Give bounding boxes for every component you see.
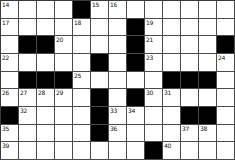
- cell-r8c7[interactable]: 36: [109, 125, 127, 143]
- cell-r5c11-black: [181, 72, 199, 90]
- cell-r8c1[interactable]: 35: [1, 125, 19, 143]
- clue-number: 29: [56, 89, 63, 96]
- cell-r8c3[interactable]: [37, 125, 55, 143]
- cell-r4c10[interactable]: [163, 54, 181, 72]
- clue-number: 21: [146, 36, 153, 43]
- cell-r9c2[interactable]: [19, 142, 37, 160]
- cell-r7c1-black: [1, 107, 19, 125]
- cell-r9c13[interactable]: [217, 142, 235, 160]
- cell-r3c9[interactable]: 21: [145, 36, 163, 54]
- cell-r8c9[interactable]: [145, 125, 163, 143]
- cell-r6c4[interactable]: 29: [55, 89, 73, 107]
- cell-r9c9-black: [145, 142, 163, 160]
- cell-r7c11-black: [181, 107, 199, 125]
- cell-r5c5[interactable]: 25: [73, 72, 91, 90]
- cell-r7c12-black: [199, 107, 217, 125]
- cell-r5c1[interactable]: [1, 72, 19, 90]
- clue-number: 30: [146, 89, 153, 96]
- cell-r6c12[interactable]: [199, 89, 217, 107]
- cell-r8c6-black: [91, 125, 109, 143]
- cell-r1c2[interactable]: [19, 1, 37, 19]
- cell-r7c13[interactable]: [217, 107, 235, 125]
- cell-r1c4[interactable]: [55, 1, 73, 19]
- cell-r9c6[interactable]: [91, 142, 109, 160]
- clue-number: 38: [200, 125, 207, 132]
- cell-r7c5[interactable]: [73, 107, 91, 125]
- cell-r7c9[interactable]: [145, 107, 163, 125]
- cell-r1c13[interactable]: [217, 1, 235, 19]
- cell-r4c4[interactable]: [55, 54, 73, 72]
- crossword-puzzle: 1415161718192021222324252627282930313233…: [0, 0, 235, 160]
- cell-r6c8-black: [127, 89, 145, 107]
- cell-r2c4[interactable]: [55, 19, 73, 37]
- cell-r6c1[interactable]: 26: [1, 89, 19, 107]
- cell-r1c9[interactable]: [145, 1, 163, 19]
- cell-r1c10[interactable]: [163, 1, 181, 19]
- cell-r9c10[interactable]: 40: [163, 142, 181, 160]
- cell-r3c13-black: [217, 36, 235, 54]
- cell-r5c4-black: [55, 72, 73, 90]
- cell-r3c7[interactable]: [109, 36, 127, 54]
- clue-number: 35: [2, 125, 9, 132]
- cell-r2c11[interactable]: [181, 19, 199, 37]
- cell-r7c8[interactable]: 34: [127, 107, 145, 125]
- cell-r5c3-black: [37, 72, 55, 90]
- clue-number: 39: [2, 142, 9, 149]
- clue-number: 24: [218, 54, 225, 61]
- cell-r5c6[interactable]: [91, 72, 109, 90]
- cell-r4c12[interactable]: [199, 54, 217, 72]
- cell-r7c10[interactable]: [163, 107, 181, 125]
- cell-r6c9[interactable]: 30: [145, 89, 163, 107]
- cell-r3c5[interactable]: [73, 36, 91, 54]
- clue-number: 20: [56, 36, 63, 43]
- clue-number: 37: [182, 125, 189, 132]
- cell-r5c9[interactable]: [145, 72, 163, 90]
- clue-number: 36: [110, 125, 117, 132]
- cell-r5c7[interactable]: [109, 72, 127, 90]
- cell-r9c5[interactable]: [73, 142, 91, 160]
- cell-r9c7[interactable]: [109, 142, 127, 160]
- cell-r4c9[interactable]: 23: [145, 54, 163, 72]
- cell-r6c13[interactable]: [217, 89, 235, 107]
- cell-r3c10[interactable]: [163, 36, 181, 54]
- clue-number: 40: [164, 142, 171, 149]
- cell-r2c5[interactable]: 18: [73, 19, 91, 37]
- cell-r6c7[interactable]: [109, 89, 127, 107]
- cell-r7c7[interactable]: 33: [109, 107, 127, 125]
- cell-r3c12[interactable]: [199, 36, 217, 54]
- clue-number: 32: [20, 107, 27, 114]
- cell-r8c12[interactable]: 38: [199, 125, 217, 143]
- cell-r1c7[interactable]: 16: [109, 1, 127, 19]
- cell-r5c12-black: [199, 72, 217, 90]
- cell-r3c3-black: [37, 36, 55, 54]
- clue-number: 14: [2, 1, 9, 8]
- cell-r3c8-black: [127, 36, 145, 54]
- cell-r6c11[interactable]: [181, 89, 199, 107]
- cell-r8c11[interactable]: 37: [181, 125, 199, 143]
- cell-r4c5[interactable]: [73, 54, 91, 72]
- cell-r2c1[interactable]: 17: [1, 19, 19, 37]
- cell-r9c8[interactable]: [127, 142, 145, 160]
- cell-r6c3[interactable]: 28: [37, 89, 55, 107]
- cell-r3c6[interactable]: [91, 36, 109, 54]
- clue-number: 16: [110, 1, 117, 8]
- cell-r4c13[interactable]: 24: [217, 54, 235, 72]
- clue-number: 33: [110, 107, 117, 114]
- clue-number: 27: [20, 89, 27, 96]
- cell-r4c11[interactable]: [181, 54, 199, 72]
- cell-r4c2[interactable]: [19, 54, 37, 72]
- clue-number: 31: [164, 89, 171, 96]
- cell-r5c8[interactable]: [127, 72, 145, 90]
- cell-r2c2[interactable]: [19, 19, 37, 37]
- cell-r4c1[interactable]: 22: [1, 54, 19, 72]
- clue-number: 25: [74, 72, 81, 79]
- cell-r6c2[interactable]: 27: [19, 89, 37, 107]
- cell-r7c6-black: [91, 107, 109, 125]
- cell-r9c1[interactable]: 39: [1, 142, 19, 160]
- clue-number: 18: [74, 19, 81, 26]
- cell-r9c11[interactable]: [181, 142, 199, 160]
- cell-r9c4[interactable]: [55, 142, 73, 160]
- cell-r2c7[interactable]: [109, 19, 127, 37]
- clue-number: 23: [146, 54, 153, 61]
- cell-r8c2[interactable]: [19, 125, 37, 143]
- cell-r6c10[interactable]: 31: [163, 89, 181, 107]
- cell-r2c13[interactable]: [217, 19, 235, 37]
- cell-r1c3[interactable]: [37, 1, 55, 19]
- clue-number: 19: [146, 19, 153, 26]
- cell-r3c1[interactable]: [1, 36, 19, 54]
- clue-number: 17: [2, 19, 9, 26]
- cell-r1c8[interactable]: [127, 1, 145, 19]
- cell-r9c12[interactable]: [199, 142, 217, 160]
- cell-r1c5-black: [73, 1, 91, 19]
- clue-number: 22: [2, 54, 9, 61]
- cell-r1c12[interactable]: [199, 1, 217, 19]
- crossword-board: 1415161718192021222324252627282930313233…: [0, 0, 235, 160]
- cell-r1c11[interactable]: [181, 1, 199, 19]
- cell-r8c13[interactable]: [217, 125, 235, 143]
- clue-number: 28: [38, 89, 45, 96]
- cell-r9c3[interactable]: [37, 142, 55, 160]
- cell-r1c6[interactable]: 15: [91, 1, 109, 19]
- cell-r3c2-black: [19, 36, 37, 54]
- clue-number: 34: [128, 107, 135, 114]
- cell-r6c6-black: [91, 89, 109, 107]
- cell-r4c6-black: [91, 54, 109, 72]
- cell-r4c8-black: [127, 54, 145, 72]
- cell-r2c12[interactable]: [199, 19, 217, 37]
- cell-r2c10[interactable]: [163, 19, 181, 37]
- cell-r8c8[interactable]: [127, 125, 145, 143]
- cell-r7c3[interactable]: [37, 107, 55, 125]
- cell-r8c10[interactable]: [163, 125, 181, 143]
- cell-r8c5[interactable]: [73, 125, 91, 143]
- cell-r7c4[interactable]: [55, 107, 73, 125]
- cell-r4c7[interactable]: [109, 54, 127, 72]
- cell-r5c13[interactable]: [217, 72, 235, 90]
- cell-r5c2-black: [19, 72, 37, 90]
- cell-r7c2[interactable]: 32: [19, 107, 37, 125]
- cell-r2c6[interactable]: [91, 19, 109, 37]
- clue-number: 26: [2, 89, 9, 96]
- cell-r2c8-black: [127, 19, 145, 37]
- cell-r6c5[interactable]: [73, 89, 91, 107]
- cell-r3c11[interactable]: [181, 36, 199, 54]
- cell-r2c9[interactable]: 19: [145, 19, 163, 37]
- cell-r4c3[interactable]: [37, 54, 55, 72]
- cell-r2c3[interactable]: [37, 19, 55, 37]
- cell-r8c4[interactable]: [55, 125, 73, 143]
- cell-r1c1[interactable]: 14: [1, 1, 19, 19]
- cell-r3c4[interactable]: 20: [55, 36, 73, 54]
- cell-r5c10-black: [163, 72, 181, 90]
- clue-number: 15: [92, 1, 99, 8]
